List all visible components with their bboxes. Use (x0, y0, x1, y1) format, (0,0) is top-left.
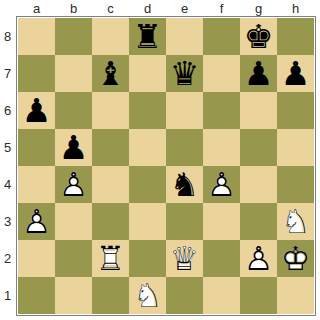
rank-label-4: 4 (0, 166, 15, 203)
white-knight[interactable]: ♞♘ (277, 203, 314, 240)
square-g1[interactable] (240, 277, 277, 314)
chess-board-window: abcdefgh 87654321 ♜♚♝♛♟♟♟♟♟♙♞♟♙♟♙♞♘♜♖♛♕♟… (0, 0, 320, 320)
square-g7[interactable]: ♟ (240, 55, 277, 92)
white-pawn[interactable]: ♟♙ (18, 203, 55, 240)
square-e8[interactable] (166, 18, 203, 55)
square-h6[interactable] (277, 92, 314, 129)
square-a8[interactable] (18, 18, 55, 55)
white-king[interactable]: ♚♔ (277, 240, 314, 277)
white-queen[interactable]: ♛♕ (166, 240, 203, 277)
black-pawn[interactable]: ♟ (277, 55, 314, 92)
black-rook-fill: ♜ (129, 18, 166, 55)
black-knight[interactable]: ♞ (166, 166, 203, 203)
black-pawn[interactable]: ♟ (240, 55, 277, 92)
file-label-c: c (92, 1, 129, 16)
white-queen-outline: ♕ (166, 240, 203, 277)
black-king[interactable]: ♚ (240, 18, 277, 55)
square-a5[interactable] (18, 129, 55, 166)
square-b3[interactable] (55, 203, 92, 240)
square-c5[interactable] (92, 129, 129, 166)
square-h2[interactable]: ♚♔ (277, 240, 314, 277)
black-queen[interactable]: ♛ (166, 55, 203, 92)
rank-label-2: 2 (0, 240, 15, 277)
black-pawn-fill: ♟ (240, 55, 277, 92)
white-pawn-outline: ♙ (18, 203, 55, 240)
square-b2[interactable] (55, 240, 92, 277)
square-h1[interactable] (277, 277, 314, 314)
square-e7[interactable]: ♛ (166, 55, 203, 92)
square-f3[interactable] (203, 203, 240, 240)
square-d5[interactable] (129, 129, 166, 166)
black-king-fill: ♚ (240, 18, 277, 55)
square-d6[interactable] (129, 92, 166, 129)
square-b6[interactable] (55, 92, 92, 129)
square-d4[interactable] (129, 166, 166, 203)
square-a1[interactable] (18, 277, 55, 314)
white-king-outline: ♔ (277, 240, 314, 277)
black-rook[interactable]: ♜ (129, 18, 166, 55)
white-pawn[interactable]: ♟♙ (55, 166, 92, 203)
white-pawn-outline: ♙ (203, 166, 240, 203)
square-h7[interactable]: ♟ (277, 55, 314, 92)
rank-label-3: 3 (0, 203, 15, 240)
black-pawn-fill: ♟ (55, 129, 92, 166)
square-f6[interactable] (203, 92, 240, 129)
square-c6[interactable] (92, 92, 129, 129)
square-d8[interactable]: ♜ (129, 18, 166, 55)
square-h4[interactable] (277, 166, 314, 203)
white-rook[interactable]: ♜♖ (92, 240, 129, 277)
square-h3[interactable]: ♞♘ (277, 203, 314, 240)
square-g8[interactable]: ♚ (240, 18, 277, 55)
white-pawn-outline: ♙ (240, 240, 277, 277)
white-rook-outline: ♖ (92, 240, 129, 277)
chess-board: ♜♚♝♛♟♟♟♟♟♙♞♟♙♟♙♞♘♜♖♛♕♟♙♚♔♞♘ (18, 18, 314, 314)
square-c1[interactable] (92, 277, 129, 314)
square-a6[interactable]: ♟ (18, 92, 55, 129)
square-c7[interactable]: ♝ (92, 55, 129, 92)
black-pawn[interactable]: ♟ (18, 92, 55, 129)
square-d2[interactable] (129, 240, 166, 277)
square-g2[interactable]: ♟♙ (240, 240, 277, 277)
white-pawn-outline: ♙ (55, 166, 92, 203)
square-a4[interactable] (18, 166, 55, 203)
square-a3[interactable]: ♟♙ (18, 203, 55, 240)
square-g4[interactable] (240, 166, 277, 203)
black-bishop[interactable]: ♝ (92, 55, 129, 92)
black-pawn[interactable]: ♟ (55, 129, 92, 166)
square-f5[interactable] (203, 129, 240, 166)
white-knight-outline: ♘ (277, 203, 314, 240)
square-f8[interactable] (203, 18, 240, 55)
file-label-g: g (240, 1, 277, 16)
square-e4[interactable]: ♞ (166, 166, 203, 203)
square-d7[interactable] (129, 55, 166, 92)
square-g3[interactable] (240, 203, 277, 240)
square-g5[interactable] (240, 129, 277, 166)
square-c8[interactable] (92, 18, 129, 55)
square-d3[interactable] (129, 203, 166, 240)
white-knight[interactable]: ♞♘ (129, 277, 166, 314)
square-c2[interactable]: ♜♖ (92, 240, 129, 277)
square-h5[interactable] (277, 129, 314, 166)
rank-label-1: 1 (0, 277, 15, 314)
square-c4[interactable] (92, 166, 129, 203)
black-knight-fill: ♞ (166, 166, 203, 203)
square-g6[interactable] (240, 92, 277, 129)
square-h8[interactable] (277, 18, 314, 55)
square-a7[interactable] (18, 55, 55, 92)
white-pawn[interactable]: ♟♙ (203, 166, 240, 203)
black-pawn-fill: ♟ (18, 92, 55, 129)
square-f2[interactable] (203, 240, 240, 277)
file-label-e: e (166, 1, 203, 16)
square-e3[interactable] (166, 203, 203, 240)
square-b8[interactable] (55, 18, 92, 55)
square-e6[interactable] (166, 92, 203, 129)
rank-label-5: 5 (0, 129, 15, 166)
square-e2[interactable]: ♛♕ (166, 240, 203, 277)
rank-label-6: 6 (0, 92, 15, 129)
black-queen-fill: ♛ (166, 55, 203, 92)
square-a2[interactable] (18, 240, 55, 277)
white-knight-outline: ♘ (129, 277, 166, 314)
square-f4[interactable]: ♟♙ (203, 166, 240, 203)
file-label-b: b (55, 1, 92, 16)
square-e1[interactable] (166, 277, 203, 314)
square-c3[interactable] (92, 203, 129, 240)
square-e5[interactable] (166, 129, 203, 166)
black-pawn-fill: ♟ (277, 55, 314, 92)
rank-label-8: 8 (0, 18, 15, 55)
square-f7[interactable] (203, 55, 240, 92)
file-label-d: d (129, 1, 166, 16)
square-b7[interactable] (55, 55, 92, 92)
file-label-a: a (18, 1, 55, 16)
square-b1[interactable] (55, 277, 92, 314)
white-pawn[interactable]: ♟♙ (240, 240, 277, 277)
black-bishop-fill: ♝ (92, 55, 129, 92)
square-f1[interactable] (203, 277, 240, 314)
file-label-f: f (203, 1, 240, 16)
square-b5[interactable]: ♟ (55, 129, 92, 166)
rank-label-7: 7 (0, 55, 15, 92)
square-d1[interactable]: ♞♘ (129, 277, 166, 314)
square-b4[interactable]: ♟♙ (55, 166, 92, 203)
board-frame: ♜♚♝♛♟♟♟♟♟♙♞♟♙♟♙♞♘♜♖♛♕♟♙♚♔♞♘ (16, 16, 316, 316)
file-label-h: h (277, 1, 314, 16)
